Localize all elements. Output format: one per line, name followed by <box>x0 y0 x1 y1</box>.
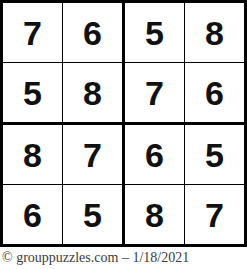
sudoku-cell-r3c3[interactable]: 6 <box>125 125 185 185</box>
sudoku-page: 7658587687656587 © grouppuzzles.com – 1/… <box>0 0 247 269</box>
sudoku-cell-r2c2[interactable]: 8 <box>63 63 125 125</box>
sudoku-cell-r1c1[interactable]: 7 <box>3 3 63 63</box>
sudoku-cell-r4c4[interactable]: 7 <box>185 185 244 244</box>
sudoku-cell-r2c3[interactable]: 7 <box>125 63 185 125</box>
sudoku-cell-r3c4[interactable]: 5 <box>185 125 244 185</box>
sudoku-cell-r3c1[interactable]: 8 <box>3 125 63 185</box>
sudoku-cell-r2c4[interactable]: 6 <box>185 63 244 125</box>
sudoku-cell-r4c3[interactable]: 8 <box>125 185 185 244</box>
sudoku-cell-r2c1[interactable]: 5 <box>3 63 63 125</box>
sudoku-cell-r1c4[interactable]: 8 <box>185 3 244 63</box>
sudoku-cell-r1c3[interactable]: 5 <box>125 3 185 63</box>
sudoku-cell-r3c2[interactable]: 7 <box>63 125 125 185</box>
sudoku-cell-r4c1[interactable]: 6 <box>3 185 63 244</box>
sudoku-board: 7658587687656587 <box>0 0 247 247</box>
copyright-text: © grouppuzzles.com – 1/18/2021 <box>2 248 245 268</box>
sudoku-cell-r4c2[interactable]: 5 <box>63 185 125 244</box>
sudoku-cell-r1c2[interactable]: 6 <box>63 3 125 63</box>
